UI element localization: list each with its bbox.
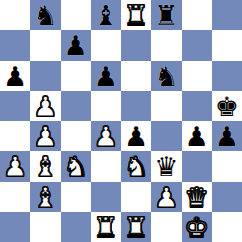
square-h5[interactable]: ♚ — [212, 91, 242, 121]
square-d2[interactable] — [91, 182, 121, 212]
square-c8[interactable] — [61, 0, 91, 30]
white-rook[interactable]: ♜ — [124, 2, 148, 29]
black-knight[interactable]: ♞ — [154, 63, 178, 90]
square-f6[interactable]: ♞ — [151, 61, 181, 91]
white-queen[interactable]: ♛ — [185, 184, 209, 211]
square-e5[interactable] — [121, 91, 151, 121]
square-d1[interactable]: ♜ — [91, 212, 121, 242]
square-f1[interactable] — [151, 212, 181, 242]
white-pawn[interactable]: ♟ — [94, 123, 118, 150]
chess-board-container: ♞♝♜♜♟♟♟♞♟♚♟♟♟♟♟♟♝♞♞♛♝♟♛♜♜♚ — [0, 0, 242, 242]
square-f8[interactable]: ♜ — [151, 0, 181, 30]
square-a8[interactable] — [0, 0, 30, 30]
black-pawn[interactable]: ♟ — [124, 123, 148, 150]
square-g8[interactable] — [182, 0, 212, 30]
black-pawn[interactable]: ♟ — [94, 63, 118, 90]
chess-board: ♞♝♜♜♟♟♟♞♟♚♟♟♟♟♟♟♝♞♞♛♝♟♛♜♜♚ — [0, 0, 242, 242]
square-a1[interactable] — [0, 212, 30, 242]
square-h1[interactable] — [212, 212, 242, 242]
white-bishop[interactable]: ♝ — [33, 153, 57, 180]
black-knight[interactable]: ♞ — [33, 2, 57, 29]
square-d3[interactable] — [91, 151, 121, 181]
square-g2[interactable]: ♛ — [182, 182, 212, 212]
square-d4[interactable]: ♟ — [91, 121, 121, 151]
white-pawn[interactable]: ♟ — [154, 184, 178, 211]
black-king[interactable]: ♚ — [215, 93, 239, 120]
white-pawn[interactable]: ♟ — [3, 153, 27, 180]
square-e4[interactable]: ♟ — [121, 121, 151, 151]
square-f3[interactable]: ♛ — [151, 151, 181, 181]
square-a6[interactable]: ♟ — [0, 61, 30, 91]
square-a7[interactable] — [0, 30, 30, 60]
square-a2[interactable] — [0, 182, 30, 212]
black-pawn[interactable]: ♟ — [64, 32, 88, 59]
black-bishop[interactable]: ♝ — [94, 2, 118, 29]
square-b8[interactable]: ♞ — [30, 0, 60, 30]
square-f7[interactable] — [151, 30, 181, 60]
square-d5[interactable] — [91, 91, 121, 121]
black-pawn[interactable]: ♟ — [185, 123, 209, 150]
square-e6[interactable] — [121, 61, 151, 91]
square-e2[interactable] — [121, 182, 151, 212]
square-e8[interactable]: ♜ — [121, 0, 151, 30]
black-rook[interactable]: ♜ — [154, 2, 178, 29]
white-knight[interactable]: ♞ — [124, 153, 148, 180]
square-b4[interactable]: ♟ — [30, 121, 60, 151]
square-b7[interactable] — [30, 30, 60, 60]
square-b3[interactable]: ♝ — [30, 151, 60, 181]
square-g5[interactable] — [182, 91, 212, 121]
square-h2[interactable] — [212, 182, 242, 212]
white-pawn[interactable]: ♟ — [33, 123, 57, 150]
square-d8[interactable]: ♝ — [91, 0, 121, 30]
square-h4[interactable]: ♟ — [212, 121, 242, 151]
white-king[interactable]: ♚ — [185, 214, 209, 241]
black-pawn[interactable]: ♟ — [215, 123, 239, 150]
square-f2[interactable]: ♟ — [151, 182, 181, 212]
square-c2[interactable] — [61, 182, 91, 212]
square-g6[interactable] — [182, 61, 212, 91]
square-f5[interactable] — [151, 91, 181, 121]
square-g4[interactable]: ♟ — [182, 121, 212, 151]
square-g3[interactable] — [182, 151, 212, 181]
square-e7[interactable] — [121, 30, 151, 60]
square-c3[interactable]: ♞ — [61, 151, 91, 181]
white-rook[interactable]: ♜ — [124, 214, 148, 241]
square-h8[interactable] — [212, 0, 242, 30]
square-c1[interactable] — [61, 212, 91, 242]
square-h3[interactable] — [212, 151, 242, 181]
square-e3[interactable]: ♞ — [121, 151, 151, 181]
square-b2[interactable]: ♝ — [30, 182, 60, 212]
square-c4[interactable] — [61, 121, 91, 151]
square-a3[interactable]: ♟ — [0, 151, 30, 181]
square-g1[interactable]: ♚ — [182, 212, 212, 242]
square-d7[interactable] — [91, 30, 121, 60]
square-c5[interactable] — [61, 91, 91, 121]
square-e1[interactable]: ♜ — [121, 212, 151, 242]
square-c6[interactable] — [61, 61, 91, 91]
square-h7[interactable] — [212, 30, 242, 60]
black-pawn[interactable]: ♟ — [3, 63, 27, 90]
square-b6[interactable] — [30, 61, 60, 91]
white-knight[interactable]: ♞ — [64, 153, 88, 180]
square-g7[interactable] — [182, 30, 212, 60]
black-queen[interactable]: ♛ — [154, 153, 178, 180]
square-f4[interactable] — [151, 121, 181, 151]
square-a5[interactable] — [0, 91, 30, 121]
white-pawn[interactable]: ♟ — [33, 93, 57, 120]
square-b1[interactable] — [30, 212, 60, 242]
white-rook[interactable]: ♜ — [94, 214, 118, 241]
square-c7[interactable]: ♟ — [61, 30, 91, 60]
square-d6[interactable]: ♟ — [91, 61, 121, 91]
square-h6[interactable] — [212, 61, 242, 91]
white-bishop[interactable]: ♝ — [33, 184, 57, 211]
square-b5[interactable]: ♟ — [30, 91, 60, 121]
square-a4[interactable] — [0, 121, 30, 151]
